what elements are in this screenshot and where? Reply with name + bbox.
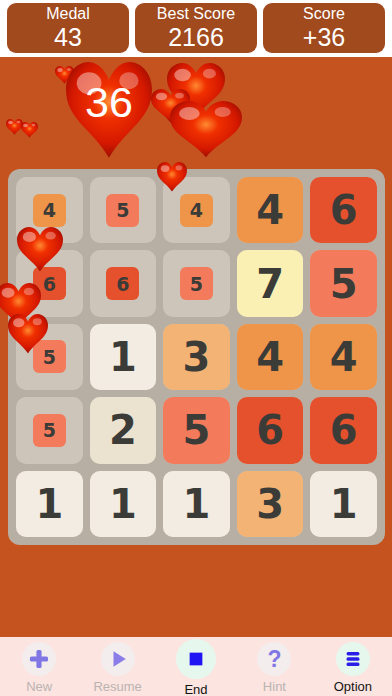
board-cell-r3c2: 1 (90, 324, 157, 390)
board-cell-r2c1: 6 (16, 250, 83, 316)
board-cell-r4c1: 5 (16, 397, 83, 463)
tile-6: 6 (310, 177, 377, 243)
board-cell-r3c3: 3 (163, 324, 230, 390)
board-cell-r5c5: 1 (310, 471, 377, 537)
board-cell-r4c4: 6 (237, 397, 304, 463)
incoming-tile-5: 5 (106, 194, 139, 227)
new-button-label: New (26, 679, 52, 694)
best-score-label: Best Score (135, 5, 257, 23)
incoming-tile-5: 5 (33, 340, 66, 373)
board-cell-r5c4: 3 (237, 471, 304, 537)
heart-icon (170, 101, 242, 157)
game-screen: Medal 43 Best Score 2166 Score +36 45446… (0, 0, 392, 696)
incoming-tile-5: 5 (33, 414, 66, 447)
hint-button[interactable]: ? Hint (235, 637, 313, 696)
tile-3: 3 (163, 324, 230, 390)
tile-4: 4 (237, 177, 304, 243)
board-cell-r5c3: 1 (163, 471, 230, 537)
score-value: +36 (263, 23, 385, 51)
incoming-tile-4: 4 (33, 194, 66, 227)
tile-5: 5 (163, 397, 230, 463)
incoming-tile-4: 4 (180, 194, 213, 227)
heart-icon (21, 122, 38, 138)
board-cell-r3c4: 4 (237, 324, 304, 390)
board-cell-r5c1: 1 (16, 471, 83, 537)
tile-4: 4 (310, 324, 377, 390)
tile-5: 5 (310, 250, 377, 316)
heart-icon (55, 66, 74, 84)
tile-1: 1 (16, 471, 83, 537)
tile-7: 7 (237, 250, 304, 316)
hint-button-label: Hint (263, 679, 286, 694)
medal-label: Medal (7, 5, 129, 23)
board-cell-r1c2: 5 (90, 177, 157, 243)
best-score-panel: Best Score 2166 (135, 3, 257, 53)
question-icon: ? (257, 642, 291, 676)
medal-value: 43 (7, 23, 129, 51)
stop-square-icon (176, 639, 216, 679)
tile-1: 1 (163, 471, 230, 537)
tile-3: 3 (237, 471, 304, 537)
board-cell-r2c3: 5 (163, 250, 230, 316)
incoming-tile-6: 6 (106, 267, 139, 300)
option-button-label: Option (334, 679, 372, 694)
resume-button-label: Resume (93, 679, 141, 694)
new-button[interactable]: New (0, 637, 78, 696)
board-cell-r2c5: 5 (310, 250, 377, 316)
resume-button[interactable]: Resume (78, 637, 156, 696)
board-cell-r3c5: 4 (310, 324, 377, 390)
game-board[interactable]: 4544666575513445256611131 (8, 169, 385, 545)
play-icon (101, 642, 135, 676)
heart-icon (167, 63, 225, 117)
best-score-value: 2166 (135, 23, 257, 51)
board-cell-r2c4: 7 (237, 250, 304, 316)
medal-panel: Medal 43 (7, 3, 129, 53)
tile-1: 1 (90, 471, 157, 537)
score-panel: Score +36 (263, 3, 385, 53)
board-cell-r5c2: 1 (90, 471, 157, 537)
heart-icon (6, 119, 23, 135)
tile-6: 6 (310, 397, 377, 463)
board-cell-r2c2: 6 (90, 250, 157, 316)
end-button[interactable]: End (157, 637, 235, 696)
tile-2: 2 (90, 397, 157, 463)
board-cell-r1c5: 6 (310, 177, 377, 243)
incoming-tile-5: 5 (180, 267, 213, 300)
board-cell-r1c3: 4 (163, 177, 230, 243)
board-cell-r4c5: 6 (310, 397, 377, 463)
heart-icon (151, 89, 190, 123)
tile-4: 4 (237, 324, 304, 390)
tile-6: 6 (237, 397, 304, 463)
end-button-label: End (184, 682, 207, 696)
floating-score: 36 (66, 80, 152, 124)
incoming-tile-6: 6 (33, 267, 66, 300)
bottom-toolbar: New Resume End ? Hint (0, 637, 392, 696)
board-cell-r3c1: 5 (16, 324, 83, 390)
board-cell-r4c3: 5 (163, 397, 230, 463)
tile-1: 1 (90, 324, 157, 390)
top-bar: Medal 43 Best Score 2166 Score +36 (0, 0, 392, 57)
option-button[interactable]: Option (314, 637, 392, 696)
heart-icon (66, 62, 152, 158)
plus-icon (22, 642, 56, 676)
board-cell-r1c1: 4 (16, 177, 83, 243)
board-cell-r4c2: 2 (90, 397, 157, 463)
score-label: Score (263, 5, 385, 23)
tile-1: 1 (310, 471, 377, 537)
menu-bars-icon (336, 642, 370, 676)
board-cell-r1c4: 4 (237, 177, 304, 243)
